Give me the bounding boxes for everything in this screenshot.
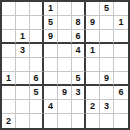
cell-r7c2[interactable] <box>16 86 30 100</box>
cell-r3c4[interactable]: 9 <box>44 30 58 44</box>
cell-r1c9[interactable] <box>114 2 128 16</box>
cell-r1c7[interactable] <box>86 2 100 16</box>
cell-r1c8[interactable]: 5 <box>100 2 114 16</box>
cell-r5c1[interactable] <box>2 58 16 72</box>
cell-r7c6[interactable]: 3 <box>72 86 86 100</box>
cell-r9c3[interactable] <box>30 114 44 128</box>
cell-r6c9[interactable] <box>114 72 128 86</box>
cell-r9c8[interactable] <box>100 114 114 128</box>
cell-r8c7[interactable]: 2 <box>86 100 100 114</box>
cell-r4c8[interactable] <box>100 44 114 58</box>
cell-r1c5[interactable] <box>58 2 72 16</box>
cell-r9c9[interactable] <box>114 114 128 128</box>
cell-r8c6[interactable] <box>72 100 86 114</box>
cell-r9c5[interactable] <box>58 114 72 128</box>
cell-r2c9[interactable]: 1 <box>114 16 128 30</box>
cell-r9c1[interactable]: 2 <box>2 114 16 128</box>
cell-r7c9[interactable]: 6 <box>114 86 128 100</box>
cell-r5c7[interactable] <box>86 58 100 72</box>
sudoku-board: 155891196341165959364232 <box>0 0 130 130</box>
cell-r2c5[interactable] <box>58 16 72 30</box>
cell-r7c7[interactable] <box>86 86 100 100</box>
cell-r4c2[interactable]: 3 <box>16 44 30 58</box>
cell-r6c2[interactable] <box>16 72 30 86</box>
cell-r5c5[interactable] <box>58 58 72 72</box>
cell-r3c5[interactable] <box>58 30 72 44</box>
cell-r9c6[interactable] <box>72 114 86 128</box>
cell-r6c6[interactable]: 5 <box>72 72 86 86</box>
sudoku-page: 155891196341165959364232 <box>0 0 130 130</box>
cell-r1c4[interactable]: 1 <box>44 2 58 16</box>
cell-r3c9[interactable] <box>114 30 128 44</box>
cell-r7c8[interactable] <box>100 86 114 100</box>
cell-r6c1[interactable]: 1 <box>2 72 16 86</box>
cell-r8c8[interactable]: 3 <box>100 100 114 114</box>
cell-r6c8[interactable]: 9 <box>100 72 114 86</box>
cell-r8c3[interactable] <box>30 100 44 114</box>
cell-r3c7[interactable] <box>86 30 100 44</box>
cell-r4c3[interactable] <box>30 44 44 58</box>
cell-r2c1[interactable] <box>2 16 16 30</box>
cell-r8c1[interactable] <box>2 100 16 114</box>
cell-r5c3[interactable] <box>30 58 44 72</box>
cell-r4c6[interactable]: 4 <box>72 44 86 58</box>
cell-r5c6[interactable] <box>72 58 86 72</box>
cell-r4c7[interactable]: 1 <box>86 44 100 58</box>
cell-r2c3[interactable] <box>30 16 44 30</box>
cell-r7c4[interactable] <box>44 86 58 100</box>
cell-r3c3[interactable] <box>30 30 44 44</box>
cell-r6c4[interactable] <box>44 72 58 86</box>
cell-r5c9[interactable] <box>114 58 128 72</box>
cell-r9c7[interactable] <box>86 114 100 128</box>
cell-r4c4[interactable] <box>44 44 58 58</box>
cell-r1c2[interactable] <box>16 2 30 16</box>
cell-r5c4[interactable] <box>44 58 58 72</box>
cell-r5c8[interactable] <box>100 58 114 72</box>
cell-r4c1[interactable] <box>2 44 16 58</box>
cell-r2c4[interactable]: 5 <box>44 16 58 30</box>
cell-r3c1[interactable] <box>2 30 16 44</box>
cell-r7c5[interactable]: 9 <box>58 86 72 100</box>
cell-r2c6[interactable]: 8 <box>72 16 86 30</box>
cell-r7c3[interactable]: 5 <box>30 86 44 100</box>
cell-r7c1[interactable] <box>2 86 16 100</box>
cell-r1c6[interactable] <box>72 2 86 16</box>
cell-r3c6[interactable]: 6 <box>72 30 86 44</box>
cell-r6c3[interactable]: 6 <box>30 72 44 86</box>
cell-r8c4[interactable]: 4 <box>44 100 58 114</box>
cell-r8c9[interactable] <box>114 100 128 114</box>
cell-r2c8[interactable] <box>100 16 114 30</box>
cell-r1c3[interactable] <box>30 2 44 16</box>
cell-r3c2[interactable]: 1 <box>16 30 30 44</box>
cell-r4c9[interactable] <box>114 44 128 58</box>
cell-r3c8[interactable] <box>100 30 114 44</box>
cell-r8c5[interactable] <box>58 100 72 114</box>
cell-r5c2[interactable] <box>16 58 30 72</box>
cell-r9c4[interactable] <box>44 114 58 128</box>
cell-r8c2[interactable] <box>16 100 30 114</box>
cell-r2c2[interactable] <box>16 16 30 30</box>
cell-r4c5[interactable] <box>58 44 72 58</box>
cell-r1c1[interactable] <box>2 2 16 16</box>
cell-r6c7[interactable] <box>86 72 100 86</box>
cell-r6c5[interactable] <box>58 72 72 86</box>
cell-r2c7[interactable]: 9 <box>86 16 100 30</box>
cell-r9c2[interactable] <box>16 114 30 128</box>
